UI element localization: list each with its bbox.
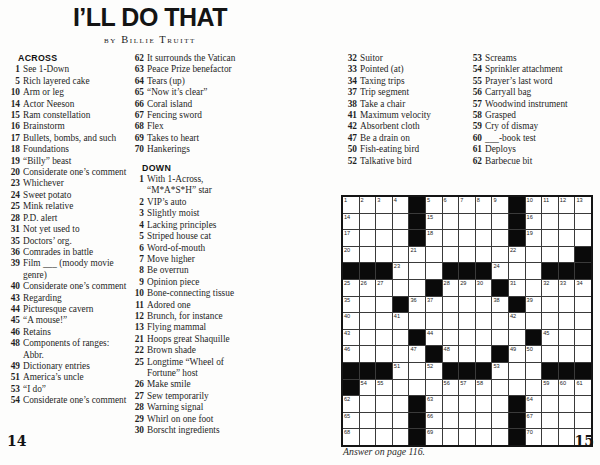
grid-cell[interactable]: [492, 330, 508, 346]
grid-cell[interactable]: 3: [376, 197, 392, 213]
grid-cell[interactable]: 15: [426, 214, 442, 230]
cell-number: 29: [460, 280, 466, 287]
grid-cell[interactable]: [559, 247, 575, 263]
cell-number: 56: [444, 380, 450, 387]
grid-cell[interactable]: 28: [443, 280, 459, 296]
cell-number: 63: [427, 396, 433, 403]
grid-cell[interactable]: 41: [393, 313, 409, 329]
clue-text: Picturesque cavern: [23, 304, 127, 315]
black-square: [459, 263, 475, 279]
grid-cell[interactable]: 68: [343, 429, 359, 445]
grid-cell[interactable]: [360, 330, 376, 346]
grid-cell[interactable]: [476, 313, 492, 329]
grid-cell[interactable]: 47: [409, 346, 425, 362]
cell-number: 41: [394, 313, 400, 320]
grid-cell[interactable]: [526, 363, 542, 379]
grid-cell[interactable]: [393, 330, 409, 346]
clue-text: “Billy” beast: [23, 156, 127, 167]
grid-cell[interactable]: [459, 297, 475, 313]
grid-cell[interactable]: [393, 413, 409, 429]
cell-number: 38: [493, 297, 499, 304]
grid-cell[interactable]: [542, 313, 558, 329]
cell-number: 24: [493, 263, 499, 270]
grid-cell[interactable]: 17: [343, 230, 359, 246]
grid-cell[interactable]: 46: [343, 346, 359, 362]
grid-cell[interactable]: 48: [443, 346, 459, 362]
grid-cell[interactable]: 14: [343, 214, 359, 230]
grid-cell[interactable]: [575, 214, 591, 230]
grid-cell[interactable]: 55: [376, 380, 392, 396]
clue-number: 40: [6, 281, 20, 292]
grid-cell[interactable]: [559, 297, 575, 313]
black-square: [343, 380, 359, 396]
grid-cell[interactable]: 64: [526, 396, 542, 412]
grid-cell[interactable]: [459, 413, 475, 429]
grid-cell[interactable]: [575, 396, 591, 412]
clue-number: 64: [130, 76, 144, 87]
grid-cell[interactable]: [409, 263, 425, 279]
grid-cell[interactable]: [542, 230, 558, 246]
grid-cell[interactable]: [492, 380, 508, 396]
grid-cell[interactable]: [376, 413, 392, 429]
grid-cell[interactable]: [476, 330, 492, 346]
grid-cell[interactable]: 35: [343, 297, 359, 313]
grid-cell[interactable]: [509, 363, 525, 379]
grid-cell[interactable]: [376, 313, 392, 329]
grid-cell[interactable]: [575, 330, 591, 346]
grid-cell[interactable]: 38: [492, 297, 508, 313]
grid-cell[interactable]: [526, 280, 542, 296]
clue-text: Absorbent cloth: [360, 121, 463, 132]
clue: 5Striped house cat: [130, 231, 253, 242]
grid-cell[interactable]: [542, 346, 558, 362]
grid-cell[interactable]: [409, 313, 425, 329]
clue: 30Borscht ingredients: [130, 425, 253, 436]
grid-cell[interactable]: [559, 313, 575, 329]
grid-cell[interactable]: [376, 396, 392, 412]
grid-cell[interactable]: 24: [492, 263, 508, 279]
clue-text: Carryall bag: [485, 87, 595, 98]
grid-cell[interactable]: [526, 313, 542, 329]
grid-cell[interactable]: [559, 346, 575, 362]
grid-cell[interactable]: [542, 247, 558, 263]
black-square: [459, 363, 475, 379]
black-square: [409, 396, 425, 412]
grid-cell[interactable]: 33: [559, 280, 575, 296]
grid-cell[interactable]: [509, 380, 525, 396]
grid-cell[interactable]: [459, 313, 475, 329]
cell-number: 69: [427, 429, 433, 436]
grid-cell[interactable]: [492, 396, 508, 412]
grid-cell[interactable]: [542, 297, 558, 313]
cell-number: 39: [527, 297, 533, 304]
grid-cell[interactable]: [360, 313, 376, 329]
clue: 56Carryall bag: [468, 87, 595, 98]
page-number-left: 14: [7, 433, 26, 449]
grid-cell[interactable]: [492, 230, 508, 246]
clue: 2VIP’s auto: [130, 197, 253, 208]
grid-cell[interactable]: [476, 396, 492, 412]
clue-text: Suitor: [360, 53, 463, 64]
page-number-right: 15: [575, 433, 594, 449]
grid-cell[interactable]: [459, 429, 475, 445]
grid-cell[interactable]: [526, 380, 542, 396]
grid-cell[interactable]: [393, 214, 409, 230]
grid-cell[interactable]: 5: [426, 197, 442, 213]
grid-cell[interactable]: [376, 230, 392, 246]
grid-cell[interactable]: [492, 413, 508, 429]
cell-number: 59: [543, 380, 549, 387]
grid-cell[interactable]: 31: [509, 280, 525, 296]
grid-cell[interactable]: [559, 214, 575, 230]
clue-text: ___-book test: [485, 133, 595, 144]
grid-cell[interactable]: [459, 330, 475, 346]
grid-cell[interactable]: [492, 429, 508, 445]
grid-cell[interactable]: [360, 214, 376, 230]
grid-cell[interactable]: [443, 429, 459, 445]
clue-number: 1: [6, 64, 20, 75]
clue-number: 48: [6, 338, 20, 361]
grid-cell[interactable]: [476, 297, 492, 313]
grid-cell[interactable]: [476, 214, 492, 230]
grid-cell[interactable]: [426, 313, 442, 329]
grid-cell[interactable]: [559, 396, 575, 412]
grid-cell[interactable]: 56: [443, 380, 459, 396]
grid-cell[interactable]: 39: [526, 297, 542, 313]
grid-cell[interactable]: [476, 413, 492, 429]
cell-number: 46: [344, 346, 350, 353]
grid-cell[interactable]: 40: [343, 313, 359, 329]
grid-cell[interactable]: 42: [509, 313, 525, 329]
grid-cell[interactable]: [575, 413, 591, 429]
clue: 31Not yet used to: [6, 224, 127, 235]
clue: 22Brown shade: [130, 345, 253, 356]
clue-text: Hankerings: [147, 144, 253, 155]
clue: 49Dictionary entries: [6, 361, 127, 372]
clue-text: America’s uncle: [23, 372, 127, 383]
grid-cell[interactable]: 23: [393, 263, 409, 279]
black-square: [509, 297, 525, 313]
grid-cell[interactable]: 59: [542, 380, 558, 396]
grid-cell[interactable]: 37: [426, 297, 442, 313]
grid-cell[interactable]: 45: [542, 330, 558, 346]
grid-cell[interactable]: [376, 214, 392, 230]
cell-number: 51: [394, 363, 400, 370]
grid-cell[interactable]: [509, 330, 525, 346]
clue-number: 38: [343, 99, 357, 110]
clue-column-1: ACROSS 1See 1-Down5Rich layered cake10Ar…: [6, 53, 127, 407]
cell-number: 14: [344, 214, 350, 221]
grid-cell[interactable]: [459, 230, 475, 246]
clue-text: Sprinkler attachment: [485, 64, 595, 75]
clue-number: 11: [130, 300, 144, 311]
grid-cell[interactable]: [443, 396, 459, 412]
black-square: [426, 280, 442, 296]
grid-cell[interactable]: 52: [426, 363, 442, 379]
grid-cell[interactable]: [575, 230, 591, 246]
black-square: [476, 363, 492, 379]
clue-text: Considerate one’s comment: [23, 167, 127, 178]
clue: 41Maximum velocity: [343, 110, 463, 121]
grid-cell[interactable]: 12: [559, 197, 575, 213]
grid-cell[interactable]: 36: [409, 297, 425, 313]
grid-cell[interactable]: 16: [526, 214, 542, 230]
cell-number: 55: [377, 380, 383, 387]
cell-number: 43: [344, 330, 350, 337]
clue: 16Brainstorm: [6, 121, 127, 132]
grid-cell[interactable]: [360, 413, 376, 429]
grid-cell[interactable]: [542, 413, 558, 429]
grid-cell[interactable]: [542, 214, 558, 230]
cell-number: 49: [510, 346, 516, 353]
grid-cell[interactable]: [492, 214, 508, 230]
down-header: DOWN: [130, 163, 253, 174]
black-square: [492, 280, 508, 296]
grid-cell[interactable]: [559, 330, 575, 346]
grid-cell[interactable]: [443, 214, 459, 230]
cell-number: 12: [560, 197, 566, 204]
grid-cell[interactable]: [409, 363, 425, 379]
cell-number: 45: [543, 330, 549, 337]
black-square: [575, 363, 591, 379]
grid-cell[interactable]: [360, 396, 376, 412]
clue: 39Film ___ (moody movie genre): [6, 258, 127, 281]
grid-cell[interactable]: [409, 280, 425, 296]
black-square: [476, 263, 492, 279]
grid-cell[interactable]: 30: [476, 280, 492, 296]
cell-number: 28: [444, 280, 450, 287]
grid-cell[interactable]: 4: [393, 197, 409, 213]
grid-cell[interactable]: 44: [426, 330, 442, 346]
grid-cell[interactable]: [360, 429, 376, 445]
grid-cell[interactable]: [393, 230, 409, 246]
grid-cell[interactable]: [393, 346, 409, 362]
clue-text: Prayer’s last word: [485, 76, 595, 87]
grid-cell[interactable]: [393, 396, 409, 412]
clue-number: 37: [343, 87, 357, 98]
grid-cell[interactable]: [559, 429, 575, 445]
grid-cell[interactable]: 20: [343, 247, 359, 263]
grid-cell[interactable]: 32: [542, 280, 558, 296]
grid-cell[interactable]: 67: [526, 413, 542, 429]
clue-number: 60: [468, 133, 482, 144]
grid-cell[interactable]: [459, 396, 475, 412]
grid-cell[interactable]: 57: [459, 380, 475, 396]
grid-cell[interactable]: 26: [360, 280, 376, 296]
grid-cell[interactable]: 11: [542, 197, 558, 213]
grid-cell[interactable]: 18: [426, 230, 442, 246]
clue-number: 22: [130, 345, 144, 356]
grid-cell[interactable]: 61: [575, 380, 591, 396]
grid-cell[interactable]: 43: [343, 330, 359, 346]
grid-cell[interactable]: [443, 330, 459, 346]
grid-cell[interactable]: [360, 297, 376, 313]
clue-text: Comrades in battle: [23, 247, 127, 258]
clue-text: Warning signal: [147, 402, 253, 413]
clue-text: Maximum velocity: [360, 110, 463, 121]
grid-cell[interactable]: 69: [426, 429, 442, 445]
cell-number: 58: [477, 380, 483, 387]
grid-cell[interactable]: [393, 280, 409, 296]
grid-cell[interactable]: [575, 297, 591, 313]
grid-cell[interactable]: 27: [376, 280, 392, 296]
grid-cell[interactable]: [443, 247, 459, 263]
clue: 15Ram constellation: [6, 110, 127, 121]
clue-number: 8: [130, 265, 144, 276]
clue-number: 6: [130, 243, 144, 254]
grid-cell[interactable]: [459, 247, 475, 263]
clue-text: Ram constellation: [23, 110, 127, 121]
clue-text: Sew temporarily: [147, 391, 253, 402]
black-square: [542, 263, 558, 279]
cell-number: 64: [527, 396, 533, 403]
clue: 27Sew temporarily: [130, 391, 253, 402]
grid-cell[interactable]: [393, 380, 409, 396]
grid-cell[interactable]: [492, 313, 508, 329]
grid-cell[interactable]: [476, 429, 492, 445]
grid-cell[interactable]: [559, 413, 575, 429]
grid-cell[interactable]: [542, 396, 558, 412]
grid-cell[interactable]: [443, 297, 459, 313]
down-clue-list-continued-2: 53Screams54Sprinkler attachment55Prayer’…: [468, 53, 595, 167]
grid-cell[interactable]: [426, 380, 442, 396]
clue-number: 31: [6, 224, 20, 235]
grid-cell[interactable]: 62: [343, 396, 359, 412]
clue-number: 25: [130, 357, 144, 380]
cell-number: 10: [527, 197, 533, 204]
clue-text: Hoops great Shaquille: [147, 334, 253, 345]
clue-text: Considerate one’s comment: [23, 281, 127, 292]
grid-cell[interactable]: 49: [509, 346, 525, 362]
grid-cell[interactable]: [443, 413, 459, 429]
grid-cell[interactable]: 10: [526, 197, 542, 213]
grid-cell[interactable]: 50: [526, 346, 542, 362]
clue-number: 24: [6, 190, 20, 201]
clue-text: Components of ranges: Abbr.: [23, 338, 127, 361]
answer-note: Answer on page 116.: [343, 446, 425, 457]
grid-cell[interactable]: [509, 263, 525, 279]
grid-cell[interactable]: [575, 313, 591, 329]
grid-cell[interactable]: [575, 346, 591, 362]
grid-cell[interactable]: 54: [360, 380, 376, 396]
clue-number: 49: [6, 361, 20, 372]
cell-number: 48: [444, 346, 450, 353]
grid-cell[interactable]: [526, 247, 542, 263]
grid-cell[interactable]: 2: [360, 197, 376, 213]
cell-number: 47: [410, 346, 416, 353]
clue-text: Adored one: [147, 300, 253, 311]
clue-number: 7: [130, 254, 144, 265]
clue-number: 58: [468, 110, 482, 121]
clue-text: Whirl on one foot: [147, 414, 253, 425]
grid-cell[interactable]: [393, 247, 409, 263]
clue-number: 53: [6, 384, 20, 395]
grid-cell[interactable]: [476, 346, 492, 362]
grid-cell[interactable]: 34: [575, 280, 591, 296]
grid-cell[interactable]: [409, 380, 425, 396]
clue-text: Grasped: [485, 110, 595, 121]
grid-cell[interactable]: 51: [393, 363, 409, 379]
clue-text: Film ___ (moody movie genre): [23, 258, 127, 281]
grid-cell[interactable]: 60: [559, 380, 575, 396]
grid-cell[interactable]: 13: [575, 197, 591, 213]
clue-number: 50: [343, 144, 357, 155]
clue-text: Brown shade: [147, 345, 253, 356]
grid-cell[interactable]: 1: [343, 197, 359, 213]
clue-number: 5: [6, 76, 20, 87]
grid-cell[interactable]: 8: [476, 197, 492, 213]
grid-cell[interactable]: [492, 247, 508, 263]
clue-number: 17: [6, 133, 20, 144]
grid-cell[interactable]: 7: [459, 197, 475, 213]
grid-cell[interactable]: [542, 429, 558, 445]
clue: 62It surrounds the Vatican: [130, 53, 253, 64]
grid-cell[interactable]: [443, 313, 459, 329]
grid-cell[interactable]: [376, 429, 392, 445]
clue: 65“Now it’s clear”: [130, 87, 253, 98]
grid-cell[interactable]: [376, 247, 392, 263]
grid-cell[interactable]: [443, 230, 459, 246]
grid-cell[interactable]: 19: [526, 230, 542, 246]
grid-cell[interactable]: 21: [409, 247, 425, 263]
clue-text: Striped house cat: [147, 231, 253, 242]
grid-cell[interactable]: 6: [443, 197, 459, 213]
grid-cell[interactable]: [459, 346, 475, 362]
grid-cell[interactable]: [376, 330, 392, 346]
grid-cell[interactable]: 58: [476, 380, 492, 396]
grid-cell[interactable]: [526, 263, 542, 279]
clue-number: 5: [130, 231, 144, 242]
grid-cell[interactable]: 29: [459, 280, 475, 296]
grid-cell[interactable]: [360, 247, 376, 263]
clue-number: 66: [130, 99, 144, 110]
clue-number: 52: [343, 156, 357, 167]
black-square: [509, 429, 525, 445]
grid-cell[interactable]: [426, 247, 442, 263]
grid-cell[interactable]: [376, 346, 392, 362]
clue: 18Foundations: [6, 144, 127, 155]
clue-text: Flying mammal: [147, 322, 253, 333]
cell-number: 3: [377, 197, 380, 204]
clue: 24Sweet potato: [6, 190, 127, 201]
grid-cell[interactable]: 9: [492, 197, 508, 213]
clue: 28Warning signal: [130, 402, 253, 413]
clue-text: Sweet potato: [23, 190, 127, 201]
grid-cell[interactable]: [393, 429, 409, 445]
grid-cell[interactable]: [476, 230, 492, 246]
grid-cell[interactable]: [360, 230, 376, 246]
grid-cell[interactable]: 25: [343, 280, 359, 296]
clue: 5Rich layered cake: [6, 76, 127, 87]
clue-number: 51: [6, 372, 20, 383]
clue-number: 62: [130, 53, 144, 64]
grid-cell[interactable]: 66: [426, 413, 442, 429]
grid-cell[interactable]: 63: [426, 396, 442, 412]
cell-number: 54: [361, 380, 367, 387]
grid-cell[interactable]: [476, 247, 492, 263]
clue-text: Longtime “Wheel of Fortune” host: [147, 357, 253, 380]
grid-cell[interactable]: 65: [343, 413, 359, 429]
grid-cell[interactable]: [376, 297, 392, 313]
grid-cell[interactable]: [559, 230, 575, 246]
grid-cell[interactable]: 53: [492, 363, 508, 379]
grid-cell[interactable]: 70: [526, 429, 542, 445]
grid-cell[interactable]: [426, 263, 442, 279]
grid-cell[interactable]: 22: [509, 247, 525, 263]
grid-cell[interactable]: [360, 346, 376, 362]
black-square: [360, 363, 376, 379]
grid-cell[interactable]: [459, 214, 475, 230]
